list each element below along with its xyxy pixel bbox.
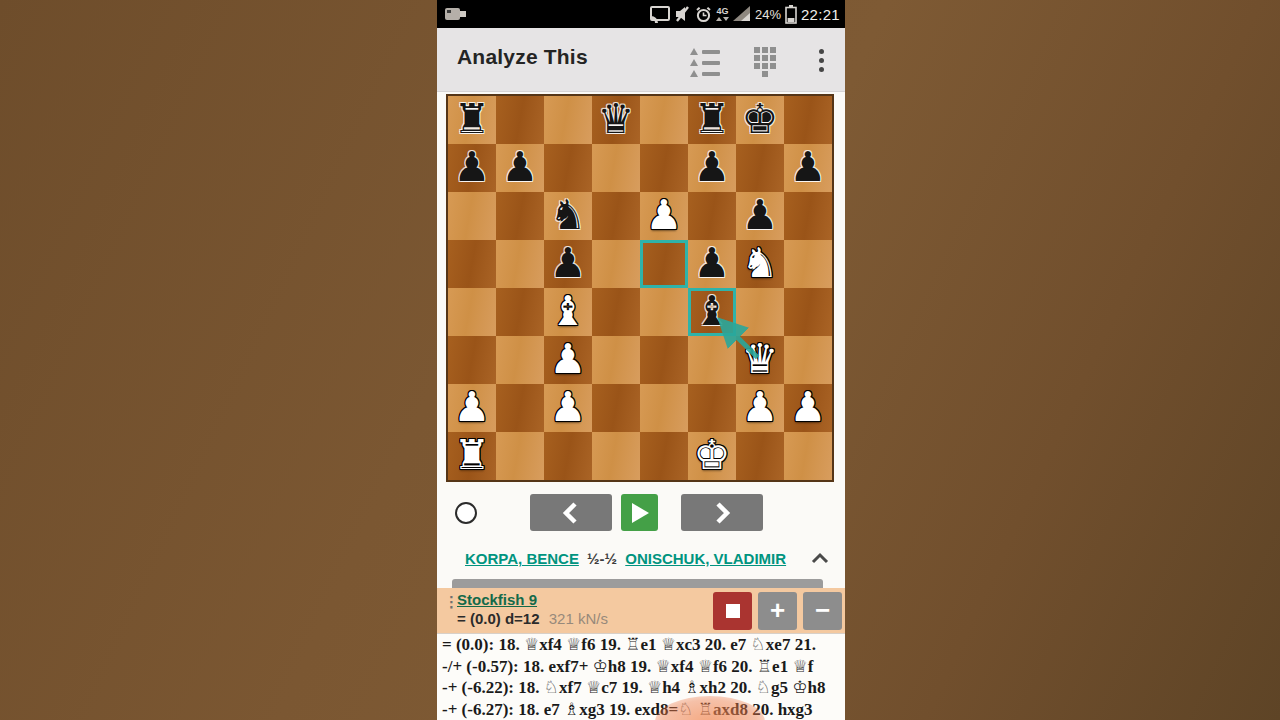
minus-icon: − [815, 597, 830, 623]
engine-evaluation: = (0.0) d=12 [457, 610, 540, 627]
clock-time: 22:21 [801, 6, 840, 23]
engine-line-1[interactable]: = (0.0): 18. ♕xf4 ♕f6 19. ♖e1 ♕xc3 20. e… [437, 634, 845, 656]
game-result: ½-½ [583, 550, 621, 567]
hidden-toolbar-edge [452, 579, 823, 588]
plus-icon: + [770, 597, 785, 623]
cast-icon [650, 6, 670, 23]
page-title: Analyze This [457, 45, 588, 69]
back-move-button[interactable] [530, 494, 612, 531]
app-bar: Analyze This [437, 28, 845, 92]
black-player-link[interactable]: ONISCHUK, VLADIMIR [625, 550, 786, 567]
network-4g-icon: 4G [716, 7, 729, 21]
forward-move-button[interactable] [681, 494, 763, 531]
engine-stats: = (0.0) d=12 321 kN/s [457, 610, 608, 627]
battery-percent: 24% [755, 7, 781, 22]
setup-board-icon[interactable] [754, 47, 776, 77]
signal-strength-icon [733, 6, 751, 22]
collapse-chevron-icon[interactable] [809, 551, 831, 565]
white-player-link[interactable]: KORPA, BENCE [465, 550, 579, 567]
remove-line-button[interactable]: − [803, 592, 842, 630]
stop-icon [726, 604, 740, 618]
engine-speed: 321 kN/s [544, 610, 608, 627]
engine-arrow [448, 96, 832, 480]
engine-name-link[interactable]: Stockfish 9 [457, 591, 537, 608]
engine-line-2[interactable]: -/+ (-0.57): 18. exf7+ ♔h8 19. ♕xf4 ♕f6 … [437, 656, 845, 678]
screen-record-camera-icon [444, 5, 470, 23]
engine-line-3[interactable]: -+ (-6.22): 18. ♘xf7 ♕c7 19. ♕h4 ♗xh2 20… [437, 677, 845, 699]
status-bar: 4G 24% 22:21 [437, 0, 845, 28]
chevron-right-icon [709, 498, 735, 528]
engine-panel: ⋮ Stockfish 9 = (0.0) d=12 321 kN/s + − [437, 588, 845, 633]
game-header: KORPA, BENCE ½-½ ONISCHUK, VLADIMIR [437, 545, 845, 575]
battery-icon [785, 5, 797, 24]
phone-screen: 4G 24% 22:21 Analyze This [437, 0, 845, 720]
engine-stop-button[interactable] [713, 592, 752, 630]
engine-lines-list[interactable]: = (0.0): 18. ♕xf4 ♕f6 19. ♖e1 ♕xc3 20. e… [437, 633, 845, 720]
chevron-left-icon [558, 498, 584, 528]
engine-line-4[interactable]: -+ (-6.27): 18. e7 ♗xg3 19. exd8=♘ ♖axd8… [437, 699, 845, 720]
alarm-icon [695, 6, 712, 23]
board-frame: ♜♛♜♚♟♟♟♟♞♟♟♟♟♞♝♝♟♛♟♟♟♟♜♚ [446, 94, 834, 482]
move-list-icon[interactable] [690, 48, 720, 77]
mute-icon [674, 6, 691, 22]
add-line-button[interactable]: + [758, 592, 797, 630]
play-icon [628, 500, 652, 526]
autoplay-button[interactable] [621, 494, 658, 531]
overflow-menu-icon[interactable] [813, 47, 830, 74]
side-to-move-indicator [455, 502, 477, 524]
